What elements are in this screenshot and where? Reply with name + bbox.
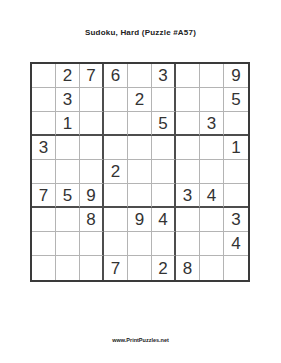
- sudoku-cell-r6c9[interactable]: [224, 184, 248, 208]
- sudoku-cell-r4c9[interactable]: 1: [224, 136, 248, 160]
- sudoku-cell-r2c2[interactable]: 3: [56, 88, 80, 112]
- sudoku-cell-r6c7[interactable]: 3: [176, 184, 200, 208]
- sudoku-cell-r4c3[interactable]: [80, 136, 104, 160]
- sudoku-cell-r7c7[interactable]: [176, 208, 200, 232]
- sudoku-cell-r3c9[interactable]: [224, 112, 248, 136]
- sudoku-cell-r7c6[interactable]: 4: [152, 208, 176, 232]
- sudoku-cell-r5c1[interactable]: [32, 160, 56, 184]
- sudoku-cell-r2c5[interactable]: 2: [128, 88, 152, 112]
- sudoku-cell-r2c1[interactable]: [32, 88, 56, 112]
- sudoku-cell-r8c9[interactable]: 4: [224, 232, 248, 256]
- sudoku-cell-r8c1[interactable]: [32, 232, 56, 256]
- page-title: Sudoku, Hard (Puzzle #A57): [0, 28, 281, 37]
- sudoku-cell-r1c3[interactable]: 7: [80, 64, 104, 88]
- sudoku-cell-r7c8[interactable]: [200, 208, 224, 232]
- sudoku-cell-r7c2[interactable]: [56, 208, 80, 232]
- sudoku-cell-r3c5[interactable]: [128, 112, 152, 136]
- sudoku-cell-r4c6[interactable]: [152, 136, 176, 160]
- sudoku-cell-r3c2[interactable]: 1: [56, 112, 80, 136]
- sudoku-cell-r7c5[interactable]: 9: [128, 208, 152, 232]
- sudoku-cell-r8c2[interactable]: [56, 232, 80, 256]
- sudoku-cell-r3c1[interactable]: [32, 112, 56, 136]
- sudoku-cell-r5c3[interactable]: [80, 160, 104, 184]
- sudoku-cell-r2c9[interactable]: 5: [224, 88, 248, 112]
- sudoku-cell-r6c8[interactable]: 4: [200, 184, 224, 208]
- sudoku-cell-r8c5[interactable]: [128, 232, 152, 256]
- sudoku-cell-r1c9[interactable]: 9: [224, 64, 248, 88]
- sudoku-cell-r2c3[interactable]: [80, 88, 104, 112]
- sudoku-cell-r5c2[interactable]: [56, 160, 80, 184]
- sudoku-cell-r2c4[interactable]: [104, 88, 128, 112]
- sudoku-cell-r3c3[interactable]: [80, 112, 104, 136]
- sudoku-board: 276393251533127593489434728: [30, 62, 250, 282]
- sudoku-grid: 276393251533127593489434728: [32, 64, 248, 280]
- sudoku-cell-r8c3[interactable]: [80, 232, 104, 256]
- sudoku-cell-r5c7[interactable]: [176, 160, 200, 184]
- sudoku-cell-r7c9[interactable]: 3: [224, 208, 248, 232]
- sudoku-cell-r9c8[interactable]: [200, 256, 224, 280]
- sudoku-cell-r1c8[interactable]: [200, 64, 224, 88]
- sudoku-cell-r9c4[interactable]: 7: [104, 256, 128, 280]
- sudoku-cell-r3c7[interactable]: [176, 112, 200, 136]
- sudoku-cell-r2c7[interactable]: [176, 88, 200, 112]
- sudoku-cell-r8c8[interactable]: [200, 232, 224, 256]
- sudoku-cell-r1c4[interactable]: 6: [104, 64, 128, 88]
- sudoku-cell-r9c2[interactable]: [56, 256, 80, 280]
- sudoku-cell-r4c4[interactable]: [104, 136, 128, 160]
- sudoku-cell-r6c5[interactable]: [128, 184, 152, 208]
- sudoku-cell-r4c7[interactable]: [176, 136, 200, 160]
- sudoku-cell-r7c4[interactable]: [104, 208, 128, 232]
- sudoku-cell-r9c7[interactable]: 8: [176, 256, 200, 280]
- sudoku-cell-r7c1[interactable]: [32, 208, 56, 232]
- sudoku-cell-r1c5[interactable]: [128, 64, 152, 88]
- sudoku-cell-r9c9[interactable]: [224, 256, 248, 280]
- sudoku-cell-r9c6[interactable]: 2: [152, 256, 176, 280]
- sudoku-cell-r3c8[interactable]: 3: [200, 112, 224, 136]
- sudoku-cell-r3c6[interactable]: 5: [152, 112, 176, 136]
- sudoku-cell-r9c3[interactable]: [80, 256, 104, 280]
- sudoku-cell-r5c9[interactable]: [224, 160, 248, 184]
- sudoku-cell-r1c7[interactable]: [176, 64, 200, 88]
- sudoku-cell-r8c7[interactable]: [176, 232, 200, 256]
- footer-url: www.PrintPuzzles.net: [0, 337, 281, 343]
- sudoku-cell-r4c1[interactable]: 3: [32, 136, 56, 160]
- sudoku-cell-r5c6[interactable]: [152, 160, 176, 184]
- sudoku-cell-r5c5[interactable]: [128, 160, 152, 184]
- sudoku-cell-r6c2[interactable]: 5: [56, 184, 80, 208]
- sudoku-cell-r4c2[interactable]: [56, 136, 80, 160]
- sudoku-cell-r9c1[interactable]: [32, 256, 56, 280]
- sudoku-cell-r2c8[interactable]: [200, 88, 224, 112]
- sudoku-cell-r5c8[interactable]: [200, 160, 224, 184]
- sudoku-cell-r5c4[interactable]: 2: [104, 160, 128, 184]
- sudoku-cell-r2c6[interactable]: [152, 88, 176, 112]
- sudoku-cell-r1c1[interactable]: [32, 64, 56, 88]
- sudoku-cell-r7c3[interactable]: 8: [80, 208, 104, 232]
- sudoku-cell-r9c5[interactable]: [128, 256, 152, 280]
- sudoku-cell-r1c2[interactable]: 2: [56, 64, 80, 88]
- sudoku-cell-r6c6[interactable]: [152, 184, 176, 208]
- sudoku-cell-r6c1[interactable]: 7: [32, 184, 56, 208]
- sudoku-cell-r4c5[interactable]: [128, 136, 152, 160]
- sudoku-cell-r6c4[interactable]: [104, 184, 128, 208]
- sudoku-cell-r1c6[interactable]: 3: [152, 64, 176, 88]
- sudoku-cell-r8c4[interactable]: [104, 232, 128, 256]
- sudoku-cell-r6c3[interactable]: 9: [80, 184, 104, 208]
- sudoku-cell-r3c4[interactable]: [104, 112, 128, 136]
- sudoku-cell-r4c8[interactable]: [200, 136, 224, 160]
- sudoku-cell-r8c6[interactable]: [152, 232, 176, 256]
